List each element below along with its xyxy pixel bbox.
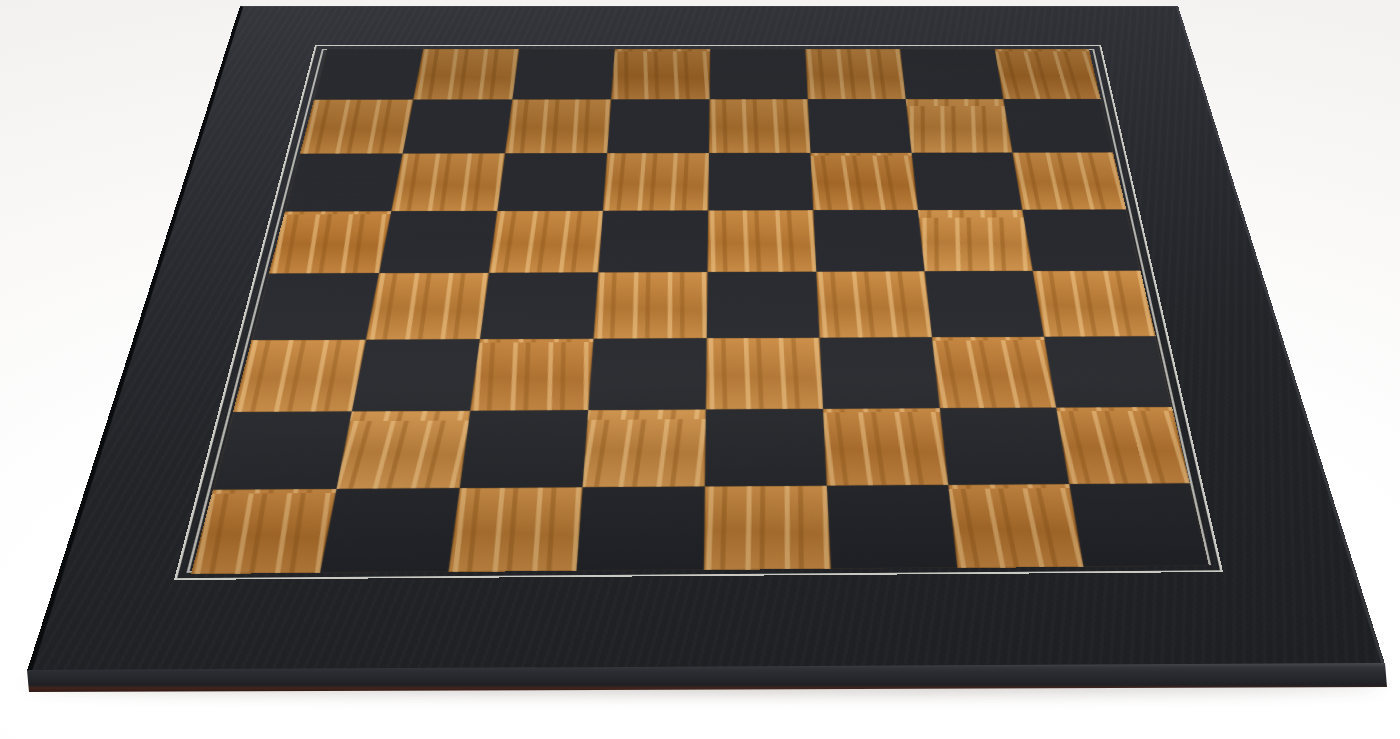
square-e8[interactable] [710,49,808,99]
square-f7[interactable] [808,99,912,153]
square-a6[interactable] [285,154,403,212]
square-d8[interactable] [611,49,710,99]
square-c3[interactable] [470,339,593,411]
square-g1[interactable] [948,484,1083,568]
square-d7[interactable] [607,99,709,153]
chess-board [191,49,1209,574]
square-e1[interactable] [704,486,831,570]
square-c2[interactable] [460,410,588,488]
square-f1[interactable] [827,485,958,569]
square-a1[interactable] [191,489,337,574]
square-d5[interactable] [598,210,708,272]
square-h1[interactable] [1069,483,1209,567]
square-a3[interactable] [233,340,366,412]
square-c6[interactable] [497,153,607,211]
square-a7[interactable] [300,100,413,154]
square-f4[interactable] [816,271,932,337]
square-b7[interactable] [403,99,513,153]
square-e5[interactable] [708,210,817,272]
square-f3[interactable] [820,337,940,409]
square-g7[interactable] [906,99,1013,153]
square-f6[interactable] [810,153,917,210]
square-d4[interactable] [593,272,707,339]
square-c5[interactable] [489,211,603,273]
square-b8[interactable] [413,49,519,100]
square-h7[interactable] [1003,99,1113,153]
square-b1[interactable] [320,488,460,573]
square-h8[interactable] [995,49,1101,99]
square-f5[interactable] [813,210,924,272]
square-e4[interactable] [707,272,820,339]
square-b3[interactable] [352,339,480,411]
square-b2[interactable] [337,411,471,489]
square-h3[interactable] [1044,336,1172,407]
square-g5[interactable] [918,210,1033,272]
square-g4[interactable] [925,271,1044,337]
photo-background [0,0,1400,739]
square-d3[interactable] [588,338,706,410]
square-c8[interactable] [512,49,614,99]
square-e2[interactable] [705,409,827,487]
square-f2[interactable] [823,408,948,485]
square-g2[interactable] [940,408,1069,485]
square-h6[interactable] [1012,152,1126,209]
square-a4[interactable] [252,273,379,340]
square-e7[interactable] [709,99,810,153]
square-f8[interactable] [805,49,905,99]
square-c7[interactable] [505,99,611,153]
square-h5[interactable] [1022,209,1140,270]
square-h2[interactable] [1056,407,1190,484]
square-g8[interactable] [900,49,1003,99]
square-h4[interactable] [1033,271,1156,337]
square-e3[interactable] [706,338,823,410]
square-a8[interactable] [314,49,423,100]
square-b5[interactable] [379,211,497,273]
square-g6[interactable] [912,153,1023,210]
square-a2[interactable] [213,411,352,489]
square-b6[interactable] [391,153,505,211]
square-g3[interactable] [932,337,1056,408]
square-c4[interactable] [480,272,598,339]
square-d2[interactable] [583,409,706,487]
square-a5[interactable] [269,211,391,273]
square-e6[interactable] [708,153,813,211]
square-d1[interactable] [576,486,704,570]
square-d6[interactable] [603,153,709,211]
square-c1[interactable] [448,487,582,572]
square-b4[interactable] [366,273,489,340]
